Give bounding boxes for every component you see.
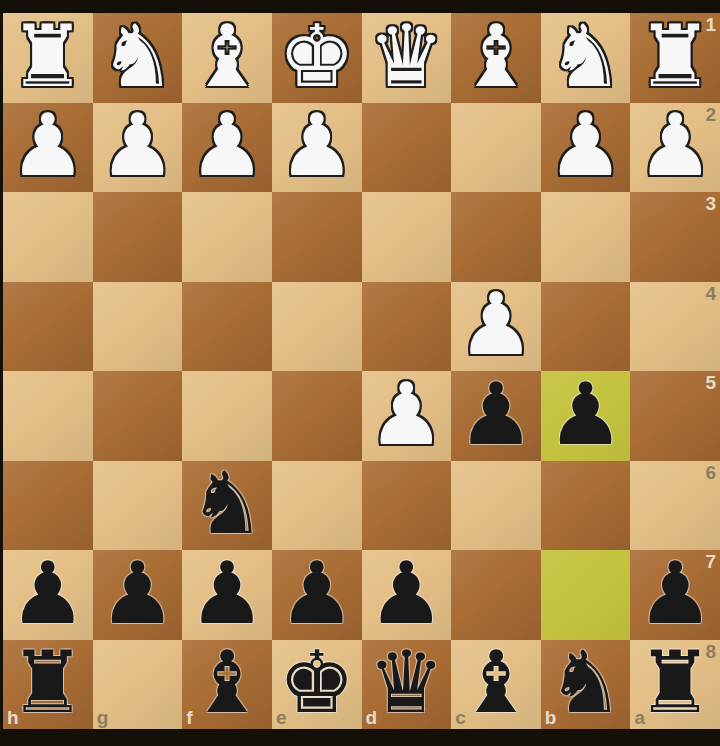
piece-black-rook[interactable]: ♜	[9, 639, 86, 725]
square-g1[interactable]: ♞	[93, 13, 183, 103]
square-g2[interactable]: ♟	[93, 103, 183, 193]
square-a3[interactable]: 3	[630, 192, 720, 282]
square-g3[interactable]	[93, 192, 183, 282]
square-g5[interactable]	[93, 371, 183, 461]
piece-black-knight[interactable]: ♞	[547, 639, 624, 725]
rank-label-5: 5	[705, 373, 716, 392]
square-a1[interactable]: ♜1	[630, 13, 720, 103]
square-d2[interactable]	[362, 103, 452, 193]
square-c8[interactable]: ♝c	[451, 640, 541, 730]
piece-white-knight[interactable]: ♞	[99, 13, 176, 99]
square-a7[interactable]: ♟7	[630, 550, 720, 640]
square-h7[interactable]: ♟	[3, 550, 93, 640]
square-e5[interactable]	[272, 371, 362, 461]
piece-black-pawn[interactable]: ♟	[9, 550, 86, 636]
rank-label-4: 4	[705, 284, 716, 303]
square-h6[interactable]	[3, 461, 93, 551]
file-label-h: h	[7, 708, 19, 727]
piece-black-pawn[interactable]: ♟	[457, 371, 534, 457]
rank-label-2: 2	[705, 105, 716, 124]
file-label-f: f	[186, 708, 192, 727]
piece-white-pawn[interactable]: ♟	[547, 102, 624, 188]
piece-white-pawn[interactable]: ♟	[99, 102, 176, 188]
piece-black-pawn[interactable]: ♟	[189, 550, 266, 636]
file-label-g: g	[97, 708, 109, 727]
rank-label-3: 3	[705, 194, 716, 213]
square-b8[interactable]: ♞b	[541, 640, 631, 730]
square-b4[interactable]	[541, 282, 631, 372]
square-a6[interactable]: 6	[630, 461, 720, 551]
piece-white-pawn[interactable]: ♟	[368, 371, 445, 457]
square-f3[interactable]	[182, 192, 272, 282]
square-e4[interactable]	[272, 282, 362, 372]
square-d6[interactable]	[362, 461, 452, 551]
square-c2[interactable]	[451, 103, 541, 193]
square-g8[interactable]: g	[93, 640, 183, 730]
square-f5[interactable]	[182, 371, 272, 461]
piece-white-pawn[interactable]: ♟	[637, 102, 714, 188]
square-f1[interactable]: ♝	[182, 13, 272, 103]
piece-black-pawn[interactable]: ♟	[547, 371, 624, 457]
piece-white-queen[interactable]: ♛	[368, 13, 445, 99]
piece-white-pawn[interactable]: ♟	[278, 102, 355, 188]
square-g6[interactable]	[93, 461, 183, 551]
square-c1[interactable]: ♝	[451, 13, 541, 103]
square-c6[interactable]	[451, 461, 541, 551]
square-h1[interactable]: ♜	[3, 13, 93, 103]
piece-white-bishop[interactable]: ♝	[189, 13, 266, 99]
square-b3[interactable]	[541, 192, 631, 282]
square-e6[interactable]	[272, 461, 362, 551]
board-frame: ♜♞♝♚♛♝♞♜1♟♟♟♟♟♟23♟4♟♟♟5♞6♟♟♟♟♟♟7♜hg♝f♚e♛…	[0, 0, 720, 746]
piece-black-bishop[interactable]: ♝	[189, 639, 266, 725]
file-label-b: b	[545, 708, 557, 727]
piece-black-pawn[interactable]: ♟	[278, 550, 355, 636]
square-g7[interactable]: ♟	[93, 550, 183, 640]
square-a4[interactable]: 4	[630, 282, 720, 372]
square-b1[interactable]: ♞	[541, 13, 631, 103]
rank-label-6: 6	[705, 463, 716, 482]
square-h4[interactable]	[3, 282, 93, 372]
file-label-e: e	[276, 708, 287, 727]
piece-white-pawn[interactable]: ♟	[9, 102, 86, 188]
square-d3[interactable]	[362, 192, 452, 282]
piece-black-pawn[interactable]: ♟	[99, 550, 176, 636]
square-e1[interactable]: ♚	[272, 13, 362, 103]
square-a2[interactable]: ♟2	[630, 103, 720, 193]
square-d8[interactable]: ♛d	[362, 640, 452, 730]
piece-black-queen[interactable]: ♛	[368, 639, 445, 725]
square-h5[interactable]	[3, 371, 93, 461]
square-c7[interactable]	[451, 550, 541, 640]
square-d1[interactable]: ♛	[362, 13, 452, 103]
square-d5[interactable]: ♟	[362, 371, 452, 461]
square-f8[interactable]: ♝f	[182, 640, 272, 730]
square-c4[interactable]: ♟	[451, 282, 541, 372]
rank-label-7: 7	[705, 552, 716, 571]
square-h2[interactable]: ♟	[3, 103, 93, 193]
rank-label-1: 1	[705, 15, 716, 34]
file-label-a: a	[634, 708, 645, 727]
square-a5[interactable]: 5	[630, 371, 720, 461]
piece-white-knight[interactable]: ♞	[547, 13, 624, 99]
chess-board: ♜♞♝♚♛♝♞♜1♟♟♟♟♟♟23♟4♟♟♟5♞6♟♟♟♟♟♟7♜hg♝f♚e♛…	[3, 13, 720, 729]
square-f4[interactable]	[182, 282, 272, 372]
square-b6[interactable]	[541, 461, 631, 551]
piece-black-knight[interactable]: ♞	[189, 460, 266, 546]
square-b5[interactable]: ♟	[541, 371, 631, 461]
rank-label-8: 8	[705, 642, 716, 661]
piece-black-bishop[interactable]: ♝	[457, 639, 534, 725]
square-c3[interactable]	[451, 192, 541, 282]
square-h3[interactable]	[3, 192, 93, 282]
square-d7[interactable]: ♟	[362, 550, 452, 640]
square-g4[interactable]	[93, 282, 183, 372]
square-b2[interactable]: ♟	[541, 103, 631, 193]
square-f6[interactable]: ♞	[182, 461, 272, 551]
square-d4[interactable]	[362, 282, 452, 372]
square-e7[interactable]: ♟	[272, 550, 362, 640]
piece-white-pawn[interactable]: ♟	[189, 102, 266, 188]
piece-white-rook[interactable]: ♜	[637, 13, 714, 99]
square-f7[interactable]: ♟	[182, 550, 272, 640]
piece-white-pawn[interactable]: ♟	[457, 281, 534, 367]
file-label-c: c	[455, 708, 466, 727]
square-e8[interactable]: ♚e	[272, 640, 362, 730]
square-c5[interactable]: ♟	[451, 371, 541, 461]
square-h8[interactable]: ♜h	[3, 640, 93, 730]
piece-black-king[interactable]: ♚	[278, 639, 355, 725]
square-b7[interactable]	[541, 550, 631, 640]
square-a8[interactable]: ♜8a	[630, 640, 720, 730]
piece-white-rook[interactable]: ♜	[9, 13, 86, 99]
piece-white-bishop[interactable]: ♝	[457, 13, 534, 99]
square-f2[interactable]: ♟	[182, 103, 272, 193]
square-e3[interactable]	[272, 192, 362, 282]
square-e2[interactable]: ♟	[272, 103, 362, 193]
piece-black-pawn[interactable]: ♟	[368, 550, 445, 636]
file-label-d: d	[366, 708, 378, 727]
piece-black-pawn[interactable]: ♟	[637, 550, 714, 636]
piece-white-king[interactable]: ♚	[278, 13, 355, 99]
piece-black-rook[interactable]: ♜	[637, 639, 714, 725]
